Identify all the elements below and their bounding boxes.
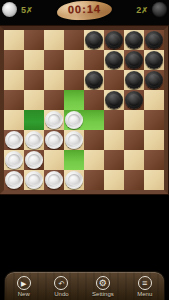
settings-button[interactable]: ⚙Settings xyxy=(92,276,114,297)
toolbar-button-label: Undo xyxy=(54,291,68,297)
square-r0c0[interactable] xyxy=(4,30,24,50)
black-piece[interactable] xyxy=(125,71,143,89)
game-board xyxy=(0,26,168,194)
toolbar-button-label: Settings xyxy=(92,291,114,297)
bottom-toolbar: ▶New↶Undo⚙Settings≡Menu xyxy=(5,272,164,300)
square-r4c7[interactable] xyxy=(144,110,164,130)
menu-button[interactable]: ≡Menu xyxy=(137,276,152,297)
square-r7c0[interactable] xyxy=(4,170,24,190)
square-r7c4[interactable] xyxy=(84,170,104,190)
square-r4c3[interactable] xyxy=(64,110,84,130)
square-r5c7[interactable] xyxy=(144,130,164,150)
black-piece[interactable] xyxy=(125,51,143,69)
white-piece[interactable] xyxy=(65,111,83,129)
square-r3c7[interactable] xyxy=(144,90,164,110)
square-r7c6[interactable] xyxy=(124,170,144,190)
square-r3c0[interactable] xyxy=(4,90,24,110)
black-piece[interactable] xyxy=(105,91,123,109)
white-piece[interactable] xyxy=(5,131,23,149)
square-r6c0[interactable] xyxy=(4,150,24,170)
white-piece[interactable] xyxy=(5,171,23,189)
square-r4c5[interactable] xyxy=(104,110,124,130)
white-counter-mark: ✗ xyxy=(26,6,33,15)
toolbar-button-label: Menu xyxy=(137,291,152,297)
white-piece[interactable] xyxy=(25,131,43,149)
square-r1c0[interactable] xyxy=(4,50,24,70)
black-piece[interactable] xyxy=(145,51,163,69)
black-piece[interactable] xyxy=(125,91,143,109)
square-r4c2[interactable] xyxy=(44,110,64,130)
square-r2c6[interactable] xyxy=(124,70,144,90)
square-r4c1[interactable] xyxy=(24,110,44,130)
menu-icon: ≡ xyxy=(138,276,152,290)
square-r2c3[interactable] xyxy=(64,70,84,90)
square-r3c6[interactable] xyxy=(124,90,144,110)
square-r0c3[interactable] xyxy=(64,30,84,50)
white-piece[interactable] xyxy=(25,151,43,169)
black-piece[interactable] xyxy=(105,31,123,49)
new-button[interactable]: ▶New xyxy=(17,276,31,297)
square-r3c4[interactable] xyxy=(84,90,104,110)
square-r0c1[interactable] xyxy=(24,30,44,50)
black-piece[interactable] xyxy=(145,71,163,89)
square-r4c0[interactable] xyxy=(4,110,24,130)
square-r7c3[interactable] xyxy=(64,170,84,190)
white-piece[interactable] xyxy=(65,131,83,149)
black-counter: 2✗ xyxy=(136,5,148,15)
black-piece[interactable] xyxy=(85,71,103,89)
square-r5c3[interactable] xyxy=(64,130,84,150)
square-r6c2[interactable] xyxy=(44,150,64,170)
black-piece[interactable] xyxy=(145,31,163,49)
square-r7c2[interactable] xyxy=(44,170,64,190)
square-r0c7[interactable] xyxy=(144,30,164,50)
square-r2c7[interactable] xyxy=(144,70,164,90)
square-r2c5[interactable] xyxy=(104,70,124,90)
square-r3c2[interactable] xyxy=(44,90,64,110)
square-r6c7[interactable] xyxy=(144,150,164,170)
play-icon: ▶ xyxy=(17,276,31,290)
square-r5c2[interactable] xyxy=(44,130,64,150)
square-r0c2[interactable] xyxy=(44,30,64,50)
square-r4c4[interactable] xyxy=(84,110,104,130)
black-piece[interactable] xyxy=(105,51,123,69)
square-r5c1[interactable] xyxy=(24,130,44,150)
square-r7c7[interactable] xyxy=(144,170,164,190)
timer: 00:14 xyxy=(57,2,112,15)
square-r2c0[interactable] xyxy=(4,70,24,90)
square-r5c6[interactable] xyxy=(124,130,144,150)
square-r1c2[interactable] xyxy=(44,50,64,70)
square-r7c5[interactable] xyxy=(104,170,124,190)
white-piece[interactable] xyxy=(45,131,63,149)
square-r3c1[interactable] xyxy=(24,90,44,110)
app-screen: 5✗ 00:14 2✗ ▶New↶Undo⚙Settings≡Menu xyxy=(0,0,169,300)
square-r0c6[interactable] xyxy=(124,30,144,50)
square-r6c3[interactable] xyxy=(64,150,84,170)
square-r6c1[interactable] xyxy=(24,150,44,170)
square-r5c4[interactable] xyxy=(84,130,104,150)
black-counter-mark: ✗ xyxy=(141,6,148,15)
status-bar: 5✗ 00:14 2✗ xyxy=(0,0,169,26)
square-r4c6[interactable] xyxy=(124,110,144,130)
white-piece[interactable] xyxy=(45,171,63,189)
square-r2c2[interactable] xyxy=(44,70,64,90)
timer-plaque: 00:14 xyxy=(57,0,112,20)
white-piece[interactable] xyxy=(45,111,63,129)
square-r1c1[interactable] xyxy=(24,50,44,70)
square-r6c6[interactable] xyxy=(124,150,144,170)
white-piece[interactable] xyxy=(25,171,43,189)
square-r0c4[interactable] xyxy=(84,30,104,50)
square-r3c3[interactable] xyxy=(64,90,84,110)
white-piece[interactable] xyxy=(65,171,83,189)
toolbar-button-label: New xyxy=(18,291,30,297)
black-piece[interactable] xyxy=(85,31,103,49)
square-r1c3[interactable] xyxy=(64,50,84,70)
black-piece[interactable] xyxy=(125,31,143,49)
square-r2c1[interactable] xyxy=(24,70,44,90)
undo-button[interactable]: ↶Undo xyxy=(54,276,68,297)
undo-icon: ↶ xyxy=(54,276,68,290)
square-r1c6[interactable] xyxy=(124,50,144,70)
square-r6c5[interactable] xyxy=(104,150,124,170)
square-r1c5[interactable] xyxy=(104,50,124,70)
square-r1c7[interactable] xyxy=(144,50,164,70)
square-r0c5[interactable] xyxy=(104,30,124,50)
square-r6c4[interactable] xyxy=(84,150,104,170)
square-r2c4[interactable] xyxy=(84,70,104,90)
black-player-icon xyxy=(152,2,167,17)
white-piece[interactable] xyxy=(5,151,23,169)
square-r5c5[interactable] xyxy=(104,130,124,150)
gear-icon: ⚙ xyxy=(96,276,110,290)
white-player-icon xyxy=(2,2,17,17)
white-counter: 5✗ xyxy=(21,5,33,15)
square-r3c5[interactable] xyxy=(104,90,124,110)
square-r7c1[interactable] xyxy=(24,170,44,190)
square-r1c4[interactable] xyxy=(84,50,104,70)
square-r5c0[interactable] xyxy=(4,130,24,150)
